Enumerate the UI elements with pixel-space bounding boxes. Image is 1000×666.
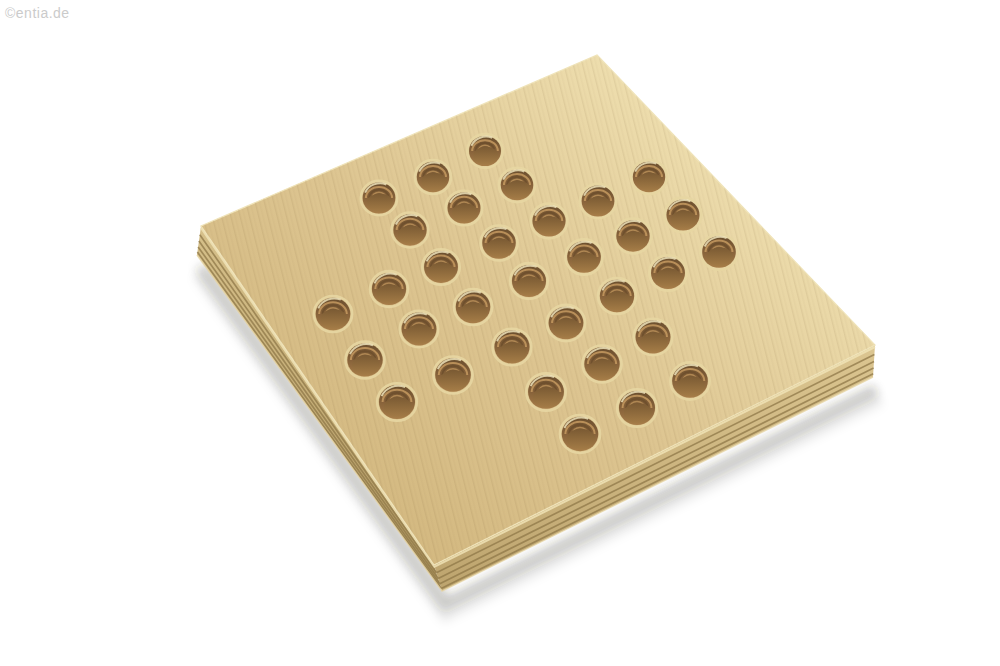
board-hole [670, 362, 709, 399]
board-hole [649, 255, 687, 291]
board-hole [346, 342, 385, 379]
board-hole [510, 263, 548, 299]
board-hole [665, 198, 702, 233]
board-hole [377, 383, 417, 420]
board-hole [422, 249, 459, 284]
board-hole [631, 160, 667, 194]
watermark: ©entia.de [5, 5, 70, 21]
board-hole [634, 319, 673, 355]
board-hole [617, 389, 657, 427]
board-hole [446, 191, 483, 226]
board-hole [560, 415, 600, 453]
board-hole [400, 311, 438, 347]
board-hole [499, 168, 535, 202]
board-hole [700, 234, 737, 269]
board-hole [392, 213, 429, 248]
board-hole [565, 239, 602, 274]
board-hole [580, 184, 616, 218]
board-hole [370, 271, 408, 307]
solitaire-board [0, 0, 1000, 666]
board-hole [433, 356, 472, 393]
product-photo-scene: ©entia.de [0, 0, 1000, 666]
board-hole [480, 225, 517, 260]
board-top-grain [201, 55, 875, 565]
board-hole [493, 329, 532, 366]
board-hole [615, 219, 652, 254]
board-hole [467, 134, 503, 168]
board-hole [454, 289, 492, 325]
board-hole [526, 373, 565, 410]
board-hole [598, 278, 636, 314]
board-hole [547, 305, 585, 341]
board-hole [314, 296, 352, 332]
board-hole [361, 181, 397, 215]
board-hole [531, 204, 568, 239]
board-hole [415, 160, 451, 194]
board-hole [582, 346, 621, 383]
